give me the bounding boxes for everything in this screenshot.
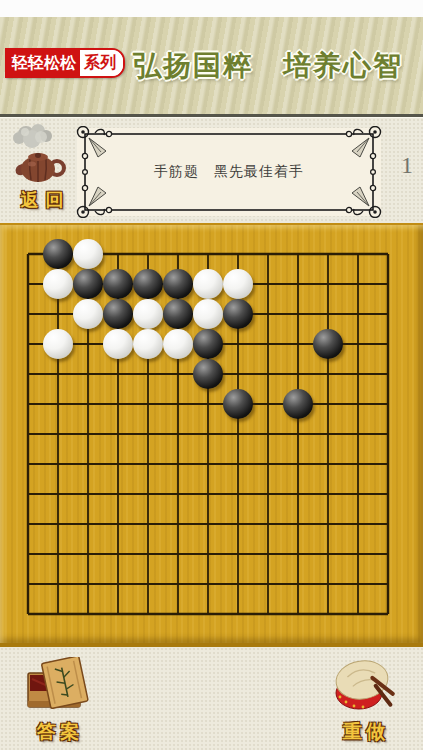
white-stone [73, 239, 103, 269]
series-logo: 轻轻松松 系列 [5, 48, 125, 78]
status-bar [0, 0, 423, 17]
white-stone [43, 329, 73, 359]
black-stone [163, 299, 193, 329]
footer-section: 答案 重做 [0, 647, 423, 750]
header-section: 返回 [0, 118, 423, 223]
black-stone [103, 269, 133, 299]
problem-number: 1 [394, 150, 420, 180]
redo-button[interactable]: 重做 [324, 657, 404, 745]
banner-slogan: 弘扬国粹 培养心智 [118, 44, 418, 88]
board-surface [0, 225, 423, 643]
white-stone [73, 299, 103, 329]
back-button-label: 返回 [8, 188, 76, 212]
answer-button-label: 答案 [18, 719, 98, 745]
problem-description-frame: 手筋题 黑先最佳着手 [75, 126, 383, 218]
logo-primary-text: 轻轻松松 [7, 50, 80, 76]
answer-box-icon [26, 657, 92, 713]
black-stone [163, 269, 193, 299]
go-board[interactable] [0, 223, 423, 647]
banner: 轻轻松松 系列 弘扬国粹 培养心智 [0, 17, 423, 114]
white-stone [163, 329, 193, 359]
white-stone [133, 299, 163, 329]
back-button[interactable]: 返回 [8, 120, 76, 216]
black-stone [193, 359, 223, 389]
black-stone [283, 389, 313, 419]
logo-secondary-text: 系列 [80, 50, 123, 76]
black-stone [223, 299, 253, 329]
white-stone [193, 299, 223, 329]
redo-button-label: 重做 [324, 719, 404, 745]
white-stone [43, 269, 73, 299]
black-stone [73, 269, 103, 299]
black-stone [103, 299, 133, 329]
white-stone [103, 329, 133, 359]
app-screen: 轻轻松松 系列 弘扬国粹 培养心智 [0, 0, 423, 750]
white-stone [223, 269, 253, 299]
black-stone [223, 389, 253, 419]
drum-icon [332, 657, 398, 715]
black-stone [133, 269, 163, 299]
black-stone [43, 239, 73, 269]
black-stone [193, 329, 223, 359]
problem-description: 手筋题 黑先最佳着手 [95, 126, 363, 218]
white-stone [193, 269, 223, 299]
white-stone [133, 329, 163, 359]
black-stone [313, 329, 343, 359]
answer-button[interactable]: 答案 [18, 657, 98, 745]
teapot-icon [10, 122, 74, 186]
